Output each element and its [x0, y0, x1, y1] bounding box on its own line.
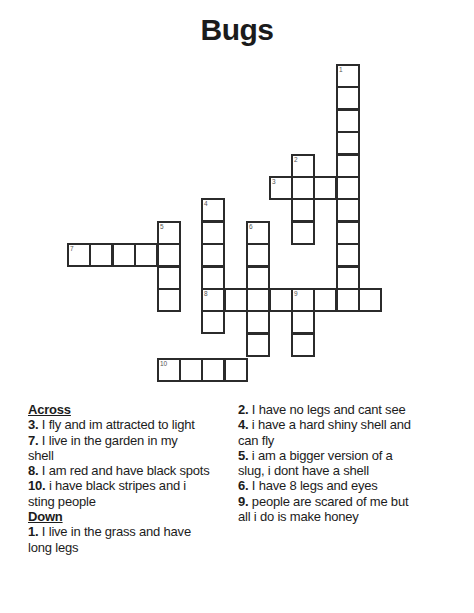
- clue-4-line-2: can fly: [238, 433, 466, 448]
- clue-10-line-1: 10. i have black stripes and i: [28, 478, 234, 493]
- grid-cell-r10c6[interactable]: 8: [201, 288, 225, 312]
- clue-number-label: 4.: [238, 417, 248, 432]
- grid-cell-r13c4[interactable]: 10: [157, 358, 181, 382]
- clue-8-line-1: 8. I am red and have black spots: [28, 463, 234, 478]
- cell-number-8: 8: [204, 290, 208, 297]
- grid-cell-r9c4[interactable]: [157, 266, 181, 290]
- clue-5-line-1: 5. i am a bigger version of a: [238, 448, 466, 463]
- grid-cell-r5c12[interactable]: [336, 176, 360, 200]
- grid-cell-r13c7[interactable]: [224, 358, 248, 382]
- grid-cell-r10c4[interactable]: [157, 288, 181, 312]
- cell-number-7: 7: [70, 245, 74, 252]
- cell-number-4: 4: [204, 200, 208, 207]
- grid-cell-r8c2[interactable]: [112, 243, 136, 267]
- clues-header-down: Down: [28, 509, 234, 524]
- grid-cell-r4c10[interactable]: 2: [291, 154, 315, 178]
- cell-number-2: 2: [294, 156, 298, 163]
- grid-cell-r8c4[interactable]: [157, 243, 181, 267]
- clue-10: 10. i have black stripes and isting peop…: [28, 478, 234, 509]
- clue-9: 9. people are scared of me butall i do i…: [238, 494, 466, 525]
- clue-8: 8. I am red and have black spots: [28, 463, 234, 478]
- clue-number-label: 3.: [28, 417, 38, 432]
- cell-number-3: 3: [272, 178, 276, 185]
- grid-cell-r5c9[interactable]: 3: [269, 176, 293, 200]
- grid-cell-r10c10[interactable]: 9: [291, 288, 315, 312]
- clue-number-label: 10.: [28, 478, 45, 493]
- grid-cell-r8c12[interactable]: [336, 243, 360, 267]
- clue-1-line-2: long legs: [28, 540, 234, 555]
- grid-cell-r8c1[interactable]: [89, 243, 113, 267]
- grid-cell-r13c5[interactable]: [179, 358, 203, 382]
- clue-4: 4. i have a hard shiny shell andcan fly: [238, 417, 466, 448]
- clue-3: 3. I fly and im attracted to light: [28, 417, 234, 432]
- clue-number-label: 6.: [238, 478, 248, 493]
- grid-cell-r7c8[interactable]: 6: [246, 221, 270, 245]
- grid-cell-r7c4[interactable]: 5: [157, 221, 181, 245]
- clue-6-line-1: 6. I have 8 legs and eyes: [238, 478, 466, 493]
- grid-cell-r11c10[interactable]: [291, 310, 315, 334]
- grid-cell-r10c9[interactable]: [269, 288, 293, 312]
- clue-number-label: 1.: [28, 524, 38, 539]
- cell-number-6: 6: [249, 223, 253, 230]
- grid-cell-r4c12[interactable]: [336, 154, 360, 178]
- grid-cell-r10c8[interactable]: [246, 288, 270, 312]
- clue-9-line-1: 9. people are scared of me but: [238, 494, 466, 509]
- grid-cell-r5c10[interactable]: [291, 176, 315, 200]
- grid-cell-r6c6[interactable]: 4: [201, 198, 225, 222]
- grid-cell-r7c12[interactable]: [336, 221, 360, 245]
- clue-6: 6. I have 8 legs and eyes: [238, 478, 466, 493]
- cell-number-10: 10: [160, 360, 167, 367]
- grid-cell-r10c7[interactable]: [224, 288, 248, 312]
- grid-cell-r5c11[interactable]: [313, 176, 337, 200]
- grid-cell-r6c10[interactable]: [291, 198, 315, 222]
- clue-7-line-1: 7. I live in the garden in my: [28, 433, 234, 448]
- clue-1: 1. I live in the grass and havelong legs: [28, 524, 234, 555]
- grid-cell-r6c12[interactable]: [336, 198, 360, 222]
- grid-cell-r7c6[interactable]: [201, 221, 225, 245]
- crossword-page: Bugs 12345678910 Across3. I fly and im a…: [0, 0, 474, 613]
- grid-cell-r3c12[interactable]: [336, 131, 360, 155]
- clue-7: 7. I live in the garden in myshell: [28, 433, 234, 464]
- grid-cell-r1c12[interactable]: [336, 86, 360, 110]
- grid-cell-r11c8[interactable]: [246, 310, 270, 334]
- clue-5-line-2: slug, i dont have a shell: [238, 463, 466, 478]
- cell-number-1: 1: [339, 66, 343, 73]
- grid-cell-r13c6[interactable]: [201, 358, 225, 382]
- grid-cell-r11c6[interactable]: [201, 310, 225, 334]
- clue-3-line-1: 3. I fly and im attracted to light: [28, 417, 234, 432]
- grid-cell-r10c13[interactable]: [358, 288, 382, 312]
- grid-cell-r7c10[interactable]: [291, 221, 315, 245]
- clue-7-line-2: shell: [28, 448, 234, 463]
- grid-cell-r12c8[interactable]: [246, 333, 270, 357]
- clue-number-label: 8.: [28, 463, 38, 478]
- clue-number-label: 5.: [238, 448, 248, 463]
- grid-cell-r8c3[interactable]: [134, 243, 158, 267]
- grid-cell-r2c12[interactable]: [336, 109, 360, 133]
- grid-cell-r9c6[interactable]: [201, 266, 225, 290]
- clue-4-line-1: 4. i have a hard shiny shell and: [238, 417, 466, 432]
- grid-cell-r8c8[interactable]: [246, 243, 270, 267]
- grid-cell-r8c6[interactable]: [201, 243, 225, 267]
- grid-cell-r9c8[interactable]: [246, 266, 270, 290]
- clue-number-label: 7.: [28, 433, 38, 448]
- grid-cell-r10c11[interactable]: [313, 288, 337, 312]
- grid-cell-r9c12[interactable]: [336, 266, 360, 290]
- clues-right-column: 2. I have no legs and cant see4. i have …: [238, 402, 466, 524]
- clue-10-line-2: sting people: [28, 494, 234, 509]
- clues-header-across: Across: [28, 402, 234, 417]
- crossword-grid: 12345678910: [0, 0, 474, 400]
- clue-number-label: 2.: [238, 402, 248, 417]
- grid-cell-r0c12[interactable]: 1: [336, 64, 360, 88]
- cell-number-9: 9: [294, 290, 298, 297]
- clue-2: 2. I have no legs and cant see: [238, 402, 466, 417]
- grid-cell-r8c0[interactable]: 7: [67, 243, 91, 267]
- clue-number-label: 9.: [238, 494, 248, 509]
- grid-cell-r10c12[interactable]: [336, 288, 360, 312]
- clue-5: 5. i am a bigger version of aslug, i don…: [238, 448, 466, 479]
- clues-left-column: Across3. I fly and im attracted to light…: [28, 402, 234, 555]
- clue-1-line-1: 1. I live in the grass and have: [28, 524, 234, 539]
- cell-number-5: 5: [160, 223, 164, 230]
- clue-9-line-2: all i do is make honey: [238, 509, 466, 524]
- clue-2-line-1: 2. I have no legs and cant see: [238, 402, 466, 417]
- grid-cell-r12c10[interactable]: [291, 333, 315, 357]
